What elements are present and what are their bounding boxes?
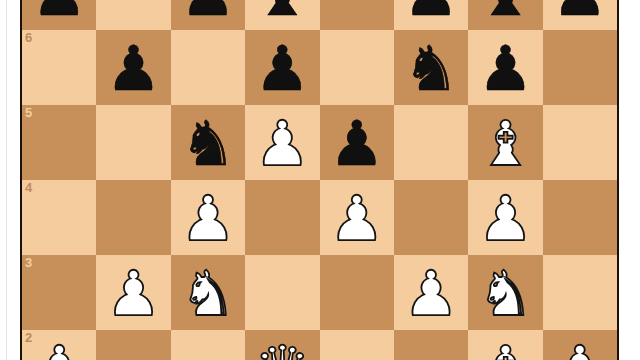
square-b4[interactable] <box>96 180 170 255</box>
square-e4[interactable]: ♟ <box>320 180 394 255</box>
square-g7[interactable]: ♝ <box>468 0 542 30</box>
square-d2[interactable]: ♛ <box>245 330 319 360</box>
black-pawn-f7[interactable]: ♟ <box>403 0 459 25</box>
white-pawn-c4[interactable]: ♟ <box>180 188 236 250</box>
white-knight-c3[interactable]: ♞ <box>180 263 236 325</box>
rank-label-5: 5 <box>25 106 32 119</box>
square-f2[interactable] <box>394 330 468 360</box>
square-g4[interactable]: ♟ <box>468 180 542 255</box>
rank-label-3: 3 <box>25 256 32 269</box>
white-bishop-g5[interactable]: ♝ <box>478 113 534 175</box>
white-pawn-d5[interactable]: ♟ <box>255 113 311 175</box>
white-pawn-e4[interactable]: ♟ <box>329 188 385 250</box>
white-pawn-a2[interactable]: ♟ <box>31 338 87 360</box>
square-f5[interactable] <box>394 105 468 180</box>
square-a5[interactable]: 5 <box>22 105 96 180</box>
black-bishop-g7[interactable]: ♝ <box>478 0 534 25</box>
left-margin-line <box>6 0 7 360</box>
white-knight-g3[interactable]: ♞ <box>478 263 534 325</box>
square-d3[interactable] <box>245 255 319 330</box>
square-h5[interactable] <box>543 105 617 180</box>
square-e5[interactable]: ♟ <box>320 105 394 180</box>
white-bishop-g2[interactable]: ♝ <box>478 338 534 360</box>
square-e3[interactable] <box>320 255 394 330</box>
square-b6[interactable]: ♟ <box>96 30 170 105</box>
square-c2[interactable] <box>171 330 245 360</box>
square-a2[interactable]: 2♟ <box>22 330 96 360</box>
chessboard: 87♟♟♝♟♝♟6♟♟♞♟5♞♟♟♝4♟♟♟3♟♞♟♞2♟♛♝♟1 <box>20 0 619 360</box>
square-c6[interactable] <box>171 30 245 105</box>
square-f3[interactable]: ♟ <box>394 255 468 330</box>
black-pawn-d6[interactable]: ♟ <box>255 38 311 100</box>
square-a4[interactable]: 4 <box>22 180 96 255</box>
black-pawn-h7[interactable]: ♟ <box>552 0 608 25</box>
square-e6[interactable] <box>320 30 394 105</box>
black-pawn-b6[interactable]: ♟ <box>106 38 162 100</box>
rank-label-6: 6 <box>25 31 32 44</box>
black-bishop-d7[interactable]: ♝ <box>255 0 311 25</box>
white-queen-d2[interactable]: ♛ <box>255 338 311 360</box>
square-h3[interactable] <box>543 255 617 330</box>
square-c4[interactable]: ♟ <box>171 180 245 255</box>
black-knight-c5[interactable]: ♞ <box>180 113 236 175</box>
black-knight-f6[interactable]: ♞ <box>403 38 459 100</box>
white-pawn-g4[interactable]: ♟ <box>478 188 534 250</box>
square-d4[interactable] <box>245 180 319 255</box>
square-b3[interactable]: ♟ <box>96 255 170 330</box>
square-g3[interactable]: ♞ <box>468 255 542 330</box>
square-g2[interactable]: ♝ <box>468 330 542 360</box>
square-b7[interactable] <box>96 0 170 30</box>
rank-label-4: 4 <box>25 181 32 194</box>
black-pawn-g6[interactable]: ♟ <box>478 38 534 100</box>
square-h7[interactable]: ♟ <box>543 0 617 30</box>
square-d5[interactable]: ♟ <box>245 105 319 180</box>
square-a7[interactable]: 7♟ <box>22 0 96 30</box>
square-c3[interactable]: ♞ <box>171 255 245 330</box>
square-e2[interactable] <box>320 330 394 360</box>
square-b2[interactable] <box>96 330 170 360</box>
black-pawn-a7[interactable]: ♟ <box>31 0 87 25</box>
square-g6[interactable]: ♟ <box>468 30 542 105</box>
square-f4[interactable] <box>394 180 468 255</box>
black-pawn-e5[interactable]: ♟ <box>329 113 385 175</box>
square-a3[interactable]: 3 <box>22 255 96 330</box>
square-b5[interactable] <box>96 105 170 180</box>
square-a6[interactable]: 6 <box>22 30 96 105</box>
square-h6[interactable] <box>543 30 617 105</box>
square-c5[interactable]: ♞ <box>171 105 245 180</box>
square-f7[interactable]: ♟ <box>394 0 468 30</box>
square-h4[interactable] <box>543 180 617 255</box>
square-e7[interactable] <box>320 0 394 30</box>
square-f6[interactable]: ♞ <box>394 30 468 105</box>
white-pawn-b3[interactable]: ♟ <box>106 263 162 325</box>
square-d6[interactable]: ♟ <box>245 30 319 105</box>
black-pawn-c7[interactable]: ♟ <box>180 0 236 25</box>
white-pawn-h2[interactable]: ♟ <box>552 338 608 360</box>
square-g5[interactable]: ♝ <box>468 105 542 180</box>
square-h2[interactable]: ♟ <box>543 330 617 360</box>
square-c7[interactable]: ♟ <box>171 0 245 30</box>
white-pawn-f3[interactable]: ♟ <box>403 263 459 325</box>
square-d7[interactable]: ♝ <box>245 0 319 30</box>
